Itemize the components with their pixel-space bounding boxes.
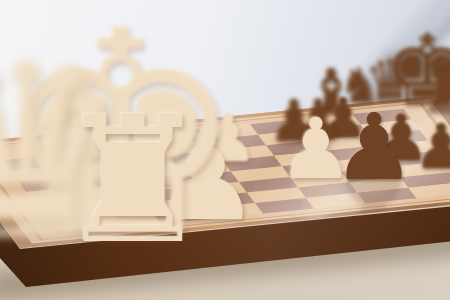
chess-photo-scene: ♟♟♟ ♛♝♞♚♜♟♟♟♟♟♟♟♟♟♟♝♞♛♚♜ — [0, 0, 450, 300]
background-grey-band — [386, 54, 450, 78]
